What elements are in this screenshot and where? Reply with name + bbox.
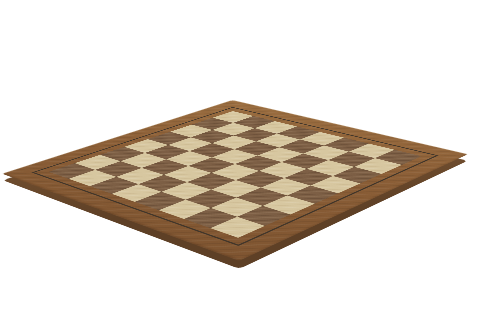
square-h3[interactable] (263, 195, 315, 214)
square-e1[interactable] (135, 192, 186, 210)
square-f3[interactable] (211, 180, 261, 198)
square-e2[interactable] (161, 182, 211, 200)
square-g1[interactable] (184, 208, 237, 228)
square-h1[interactable] (210, 217, 264, 238)
square-h7[interactable] (354, 158, 402, 174)
board-frame (2, 100, 468, 261)
square-f4[interactable] (236, 171, 285, 188)
square-h5[interactable] (311, 176, 361, 193)
square-g3[interactable] (236, 188, 287, 206)
square-b1[interactable] (69, 170, 117, 186)
square-c2[interactable] (116, 168, 164, 184)
square-d1[interactable] (112, 184, 162, 202)
square-e4[interactable] (212, 164, 260, 180)
square-h4[interactable] (287, 186, 338, 204)
square-d2[interactable] (138, 175, 187, 192)
square-h6[interactable] (333, 167, 382, 184)
square-g2[interactable] (211, 198, 263, 217)
chess-board-3d (2, 100, 468, 261)
square-e3[interactable] (187, 173, 236, 190)
product-photo-background (0, 0, 480, 333)
square-d3[interactable] (164, 166, 212, 182)
square-f5[interactable] (259, 162, 307, 178)
square-g4[interactable] (261, 178, 311, 195)
square-f1[interactable] (159, 200, 211, 219)
square-c1[interactable] (90, 177, 139, 194)
square-h2[interactable] (237, 206, 290, 226)
square-f2[interactable] (186, 190, 237, 208)
square-g5[interactable] (284, 169, 333, 186)
square-g6[interactable] (307, 160, 355, 176)
